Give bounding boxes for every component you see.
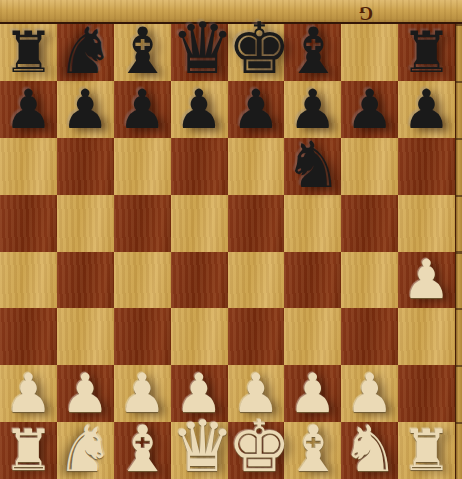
square-c6[interactable] xyxy=(114,138,171,195)
piece-black-bishop[interactable]: ♝ xyxy=(284,19,341,83)
square-h4[interactable]: ♟ xyxy=(398,252,455,309)
square-e6[interactable] xyxy=(228,138,285,195)
square-g6[interactable] xyxy=(341,138,398,195)
square-g4[interactable] xyxy=(341,252,398,309)
piece-white-bishop[interactable]: ♝ xyxy=(114,417,171,479)
square-f4[interactable] xyxy=(284,252,341,309)
square-f1[interactable]: ♝ xyxy=(284,422,341,479)
square-b4[interactable] xyxy=(57,252,114,309)
piece-white-rook[interactable]: ♜ xyxy=(398,422,455,479)
piece-black-knight[interactable]: ♞ xyxy=(284,133,341,197)
square-a5[interactable] xyxy=(0,195,57,252)
piece-black-king[interactable]: ♚ xyxy=(228,13,285,84)
piece-white-queen[interactable]: ♛ xyxy=(171,411,228,479)
square-h1[interactable]: ♜ xyxy=(398,422,455,479)
piece-black-pawn[interactable]: ♟ xyxy=(228,83,285,137)
square-e7[interactable]: ♟ xyxy=(228,81,285,138)
square-e3[interactable] xyxy=(228,308,285,365)
square-d6[interactable] xyxy=(171,138,228,195)
square-d1[interactable]: ♛ xyxy=(171,422,228,479)
piece-white-king[interactable]: ♚ xyxy=(228,411,285,479)
square-g5[interactable] xyxy=(341,195,398,252)
piece-white-knight[interactable]: ♞ xyxy=(341,417,398,479)
square-b6[interactable] xyxy=(57,138,114,195)
square-a2[interactable]: ♟ xyxy=(0,365,57,422)
piece-white-rook[interactable]: ♜ xyxy=(0,422,57,479)
square-e4[interactable] xyxy=(228,252,285,309)
chess-app-screen: G ♜♞♝♛♚♝♜♟♟♟♟♟♟♟♟♞♟♟♟♟♟♟♟♟♜♞♝♛♚♝♞♜ xyxy=(0,0,462,479)
piece-white-bishop[interactable]: ♝ xyxy=(284,417,341,479)
square-a1[interactable]: ♜ xyxy=(0,422,57,479)
piece-black-pawn[interactable]: ♟ xyxy=(398,83,455,137)
square-b1[interactable]: ♞ xyxy=(57,422,114,479)
square-g1[interactable]: ♞ xyxy=(341,422,398,479)
square-a8[interactable]: ♜ xyxy=(0,24,57,81)
square-c7[interactable]: ♟ xyxy=(114,81,171,138)
piece-white-knight[interactable]: ♞ xyxy=(57,417,114,479)
frame-letter-g: G xyxy=(356,2,376,23)
square-f8[interactable]: ♝ xyxy=(284,24,341,81)
square-d8[interactable]: ♛ xyxy=(171,24,228,81)
square-b8[interactable]: ♞ xyxy=(57,24,114,81)
square-f3[interactable] xyxy=(284,308,341,365)
square-g8[interactable] xyxy=(341,24,398,81)
piece-black-knight[interactable]: ♞ xyxy=(57,19,114,83)
piece-black-rook[interactable]: ♜ xyxy=(0,24,57,81)
square-c4[interactable] xyxy=(114,252,171,309)
square-c1[interactable]: ♝ xyxy=(114,422,171,479)
square-e5[interactable] xyxy=(228,195,285,252)
square-a7[interactable]: ♟ xyxy=(0,81,57,138)
square-c8[interactable]: ♝ xyxy=(114,24,171,81)
board: ♜♞♝♛♚♝♜♟♟♟♟♟♟♟♟♞♟♟♟♟♟♟♟♟♜♞♝♛♚♝♞♜ xyxy=(0,24,455,479)
square-a3[interactable] xyxy=(0,308,57,365)
piece-black-queen[interactable]: ♛ xyxy=(171,13,228,84)
square-f6[interactable]: ♞ xyxy=(284,138,341,195)
square-d7[interactable]: ♟ xyxy=(171,81,228,138)
piece-black-pawn[interactable]: ♟ xyxy=(341,83,398,137)
square-f5[interactable] xyxy=(284,195,341,252)
square-h2[interactable] xyxy=(398,365,455,422)
piece-white-pawn[interactable]: ♟ xyxy=(0,367,57,421)
square-b5[interactable] xyxy=(57,195,114,252)
square-e8[interactable]: ♚ xyxy=(228,24,285,81)
square-b3[interactable] xyxy=(57,308,114,365)
square-h6[interactable] xyxy=(398,138,455,195)
square-b7[interactable]: ♟ xyxy=(57,81,114,138)
piece-black-rook[interactable]: ♜ xyxy=(398,24,455,81)
piece-black-pawn[interactable]: ♟ xyxy=(114,83,171,137)
square-a6[interactable] xyxy=(0,138,57,195)
square-c3[interactable] xyxy=(114,308,171,365)
piece-black-bishop[interactable]: ♝ xyxy=(114,19,171,83)
square-h7[interactable]: ♟ xyxy=(398,81,455,138)
square-d5[interactable] xyxy=(171,195,228,252)
square-g7[interactable]: ♟ xyxy=(341,81,398,138)
square-a4[interactable] xyxy=(0,252,57,309)
square-c5[interactable] xyxy=(114,195,171,252)
square-h8[interactable]: ♜ xyxy=(398,24,455,81)
square-h3[interactable] xyxy=(398,308,455,365)
piece-black-pawn[interactable]: ♟ xyxy=(171,83,228,137)
square-e1[interactable]: ♚ xyxy=(228,422,285,479)
square-d3[interactable] xyxy=(171,308,228,365)
square-d4[interactable] xyxy=(171,252,228,309)
board-right-frame xyxy=(455,24,462,479)
square-h5[interactable] xyxy=(398,195,455,252)
piece-black-pawn[interactable]: ♟ xyxy=(0,83,57,137)
piece-white-pawn[interactable]: ♟ xyxy=(398,253,455,307)
piece-black-pawn[interactable]: ♟ xyxy=(57,83,114,137)
square-g3[interactable] xyxy=(341,308,398,365)
